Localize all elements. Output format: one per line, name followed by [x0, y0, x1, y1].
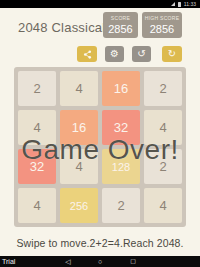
- high-score-label: HIGH SCORE: [142, 15, 182, 22]
- signal-icon: [171, 2, 175, 6]
- hint-text: Swipe to move.2+2=4.Reach 2048.: [0, 237, 200, 249]
- tile-4: 4: [18, 188, 56, 223]
- tile-2: 2: [144, 71, 182, 106]
- navigation-bar: Trial ◁ ○ ▢: [0, 256, 200, 267]
- tile-16: 16: [102, 71, 140, 106]
- high-score-value: 2856: [142, 22, 182, 36]
- high-score-box: HIGH SCORE 2856: [142, 12, 182, 38]
- restart-button[interactable]: ↻: [162, 46, 182, 62]
- score-value: 2856: [103, 22, 138, 36]
- undo-icon: ↺: [137, 49, 145, 59]
- tile-2: 2: [102, 188, 140, 223]
- battery-icon: [178, 2, 181, 7]
- status-bar: 11:33: [0, 0, 200, 8]
- tile-4: 4: [60, 71, 98, 106]
- score-box: SCORE 2856: [103, 12, 138, 38]
- undo-button[interactable]: ↺: [132, 46, 151, 62]
- tile-4: 4: [144, 188, 182, 223]
- status-time: 11:33: [184, 2, 196, 7]
- game-over-text: Game Over!: [0, 135, 200, 166]
- tile-256: 256: [60, 188, 98, 223]
- settings-button[interactable]: ⚙: [105, 46, 124, 62]
- recents-button[interactable]: ▢: [128, 256, 138, 267]
- app-title: 2048 Classical: [18, 20, 105, 35]
- share-button[interactable]: [77, 46, 97, 62]
- gear-icon: ⚙: [110, 49, 119, 59]
- back-button[interactable]: ◁: [63, 256, 73, 267]
- trial-badge: Trial: [2, 256, 15, 267]
- share-icon: [83, 50, 92, 59]
- app-screen: 11:33 2048 Classical SCORE 2856 HIGH SCO…: [0, 0, 200, 267]
- tile-2: 2: [18, 71, 56, 106]
- refresh-icon: ↻: [168, 49, 176, 59]
- home-button[interactable]: ○: [95, 256, 105, 267]
